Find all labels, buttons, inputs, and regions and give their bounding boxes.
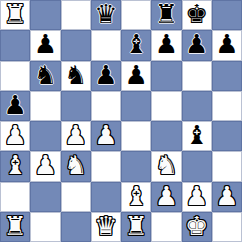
square-d7[interactable] bbox=[91, 30, 121, 60]
square-a3[interactable]: ♝ bbox=[0, 151, 30, 181]
white-pawn: ♟ bbox=[3, 122, 26, 148]
chess-board: ♜♛♜♚♟♝♟♟♟♞♞♟♟♟♟♟♟♝♝♟♞♞♝♟♟♟♜♛♜♚ bbox=[0, 0, 242, 242]
square-g5[interactable] bbox=[182, 91, 212, 121]
white-pawn: ♟ bbox=[185, 183, 208, 209]
black-pawn: ♟ bbox=[155, 31, 178, 57]
square-g2[interactable]: ♟ bbox=[182, 182, 212, 212]
square-b5[interactable] bbox=[30, 91, 60, 121]
square-a6[interactable] bbox=[0, 61, 30, 91]
square-g6[interactable] bbox=[182, 61, 212, 91]
square-f8[interactable]: ♜ bbox=[151, 0, 181, 30]
square-e7[interactable]: ♝ bbox=[121, 30, 151, 60]
square-d4[interactable]: ♟ bbox=[91, 121, 121, 151]
white-knight: ♞ bbox=[155, 152, 178, 178]
square-c1[interactable] bbox=[61, 212, 91, 242]
white-pawn: ♟ bbox=[155, 183, 178, 209]
square-b6[interactable]: ♞ bbox=[30, 61, 60, 91]
black-pawn: ♟ bbox=[94, 62, 117, 88]
square-f5[interactable] bbox=[151, 91, 181, 121]
square-h8[interactable] bbox=[212, 0, 242, 30]
square-h6[interactable] bbox=[212, 61, 242, 91]
black-pawn: ♟ bbox=[124, 62, 147, 88]
square-d5[interactable] bbox=[91, 91, 121, 121]
square-e1[interactable]: ♜ bbox=[121, 212, 151, 242]
white-rook: ♜ bbox=[124, 213, 147, 239]
square-c2[interactable] bbox=[61, 182, 91, 212]
square-h7[interactable]: ♟ bbox=[212, 30, 242, 60]
square-g3[interactable] bbox=[182, 151, 212, 181]
square-d2[interactable] bbox=[91, 182, 121, 212]
white-knight: ♞ bbox=[64, 152, 87, 178]
square-f3[interactable]: ♞ bbox=[151, 151, 181, 181]
square-c5[interactable] bbox=[61, 91, 91, 121]
square-g4[interactable]: ♝ bbox=[182, 121, 212, 151]
square-e2[interactable]: ♝ bbox=[121, 182, 151, 212]
square-h5[interactable] bbox=[212, 91, 242, 121]
square-h4[interactable] bbox=[212, 121, 242, 151]
square-f1[interactable] bbox=[151, 212, 181, 242]
black-knight: ♞ bbox=[64, 62, 87, 88]
white-pawn: ♟ bbox=[215, 183, 238, 209]
square-d1[interactable]: ♛ bbox=[91, 212, 121, 242]
white-pawn: ♟ bbox=[64, 122, 87, 148]
square-b8[interactable] bbox=[30, 0, 60, 30]
white-bishop: ♝ bbox=[124, 183, 147, 209]
square-b2[interactable] bbox=[30, 182, 60, 212]
square-g8[interactable]: ♚ bbox=[182, 0, 212, 30]
black-pawn: ♟ bbox=[3, 92, 26, 118]
square-a1[interactable]: ♜ bbox=[0, 212, 30, 242]
square-a2[interactable] bbox=[0, 182, 30, 212]
square-a8[interactable]: ♜ bbox=[0, 0, 30, 30]
square-b3[interactable]: ♟ bbox=[30, 151, 60, 181]
black-king: ♚ bbox=[185, 1, 208, 27]
square-e4[interactable] bbox=[121, 121, 151, 151]
black-knight: ♞ bbox=[34, 62, 57, 88]
square-a5[interactable]: ♟ bbox=[0, 91, 30, 121]
square-h2[interactable]: ♟ bbox=[212, 182, 242, 212]
white-pawn: ♟ bbox=[34, 152, 57, 178]
black-bishop: ♝ bbox=[124, 31, 147, 57]
white-queen: ♛ bbox=[94, 213, 117, 239]
square-d6[interactable]: ♟ bbox=[91, 61, 121, 91]
square-f2[interactable]: ♟ bbox=[151, 182, 181, 212]
square-h3[interactable] bbox=[212, 151, 242, 181]
black-bishop: ♝ bbox=[185, 122, 208, 148]
square-g7[interactable]: ♟ bbox=[182, 30, 212, 60]
square-f4[interactable] bbox=[151, 121, 181, 151]
black-rook: ♜ bbox=[155, 1, 178, 27]
white-rook: ♜ bbox=[3, 213, 26, 239]
black-pawn: ♟ bbox=[215, 31, 238, 57]
black-queen: ♛ bbox=[94, 1, 117, 27]
square-b7[interactable]: ♟ bbox=[30, 30, 60, 60]
square-e5[interactable] bbox=[121, 91, 151, 121]
square-e6[interactable]: ♟ bbox=[121, 61, 151, 91]
square-c7[interactable] bbox=[61, 30, 91, 60]
square-g1[interactable]: ♚ bbox=[182, 212, 212, 242]
square-b1[interactable] bbox=[30, 212, 60, 242]
square-d8[interactable]: ♛ bbox=[91, 0, 121, 30]
square-c3[interactable]: ♞ bbox=[61, 151, 91, 181]
square-c8[interactable] bbox=[61, 0, 91, 30]
white-pawn: ♟ bbox=[94, 122, 117, 148]
white-rook: ♜ bbox=[3, 1, 26, 27]
square-c4[interactable]: ♟ bbox=[61, 121, 91, 151]
square-d3[interactable] bbox=[91, 151, 121, 181]
square-h1[interactable] bbox=[212, 212, 242, 242]
square-c6[interactable]: ♞ bbox=[61, 61, 91, 91]
square-f6[interactable] bbox=[151, 61, 181, 91]
square-a4[interactable]: ♟ bbox=[0, 121, 30, 151]
square-a7[interactable] bbox=[0, 30, 30, 60]
black-pawn: ♟ bbox=[185, 31, 208, 57]
square-e3[interactable] bbox=[121, 151, 151, 181]
white-bishop: ♝ bbox=[3, 152, 26, 178]
square-e8[interactable] bbox=[121, 0, 151, 30]
white-king: ♚ bbox=[185, 213, 208, 239]
black-pawn: ♟ bbox=[34, 31, 57, 57]
square-b4[interactable] bbox=[30, 121, 60, 151]
square-f7[interactable]: ♟ bbox=[151, 30, 181, 60]
